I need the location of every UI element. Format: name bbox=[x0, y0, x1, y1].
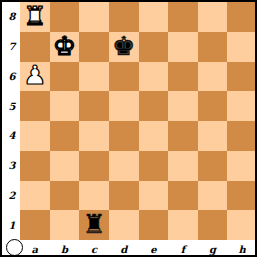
file-labels: abcdefgh bbox=[20, 241, 257, 257]
square-b8[interactable] bbox=[50, 2, 80, 32]
square-g4[interactable] bbox=[198, 121, 228, 151]
square-b2[interactable] bbox=[50, 181, 80, 211]
square-f4[interactable] bbox=[168, 121, 198, 151]
square-d6[interactable] bbox=[109, 62, 139, 92]
square-a4[interactable] bbox=[20, 121, 50, 151]
square-f7[interactable] bbox=[168, 32, 198, 62]
square-a1[interactable] bbox=[20, 210, 50, 240]
square-b5[interactable] bbox=[50, 91, 80, 121]
square-c1[interactable]: ♜ bbox=[79, 210, 109, 240]
square-h6[interactable] bbox=[227, 62, 257, 92]
square-a5[interactable] bbox=[20, 91, 50, 121]
square-h3[interactable] bbox=[227, 151, 257, 181]
file-label-f: f bbox=[168, 241, 198, 257]
square-c5[interactable] bbox=[79, 91, 109, 121]
square-b6[interactable] bbox=[50, 62, 80, 92]
square-c4[interactable] bbox=[79, 121, 109, 151]
square-e6[interactable] bbox=[139, 62, 169, 92]
square-d1[interactable] bbox=[109, 210, 139, 240]
square-h8[interactable] bbox=[227, 2, 257, 32]
square-c3[interactable] bbox=[79, 151, 109, 181]
rank-labels: 87654321 bbox=[4, 2, 20, 240]
square-e4[interactable] bbox=[139, 121, 169, 151]
piece-black-rook-c1[interactable]: ♜ bbox=[82, 211, 105, 237]
square-g1[interactable] bbox=[198, 210, 228, 240]
file-label-e: e bbox=[139, 241, 169, 257]
square-c7[interactable] bbox=[79, 32, 109, 62]
square-b7[interactable]: ♚ bbox=[50, 32, 80, 62]
square-h7[interactable] bbox=[227, 32, 257, 62]
square-h5[interactable] bbox=[227, 91, 257, 121]
rank-label-7: 7 bbox=[4, 32, 20, 62]
square-g6[interactable] bbox=[198, 62, 228, 92]
file-label-g: g bbox=[198, 241, 228, 257]
square-d2[interactable] bbox=[109, 181, 139, 211]
square-f3[interactable] bbox=[168, 151, 198, 181]
square-e3[interactable] bbox=[139, 151, 169, 181]
square-e2[interactable] bbox=[139, 181, 169, 211]
square-g8[interactable] bbox=[198, 2, 228, 32]
square-a7[interactable] bbox=[20, 32, 50, 62]
square-a2[interactable] bbox=[20, 181, 50, 211]
rank-label-5: 5 bbox=[4, 91, 20, 121]
square-a6[interactable]: ♟ bbox=[20, 62, 50, 92]
file-label-b: b bbox=[50, 241, 80, 257]
square-a3[interactable] bbox=[20, 151, 50, 181]
file-label-c: c bbox=[79, 241, 109, 257]
square-h2[interactable] bbox=[227, 181, 257, 211]
square-f5[interactable] bbox=[168, 91, 198, 121]
square-e7[interactable] bbox=[139, 32, 169, 62]
piece-black-king-d7[interactable]: ♚ bbox=[112, 33, 135, 59]
square-c6[interactable] bbox=[79, 62, 109, 92]
square-d3[interactable] bbox=[109, 151, 139, 181]
square-f2[interactable] bbox=[168, 181, 198, 211]
rank-label-4: 4 bbox=[4, 121, 20, 151]
piece-white-rook-a8[interactable]: ♜ bbox=[23, 3, 46, 29]
square-d4[interactable] bbox=[109, 121, 139, 151]
square-h1[interactable] bbox=[227, 210, 257, 240]
square-e8[interactable] bbox=[139, 2, 169, 32]
rank-label-2: 2 bbox=[4, 181, 20, 211]
rank-label-8: 8 bbox=[4, 2, 20, 32]
square-f1[interactable] bbox=[168, 210, 198, 240]
square-f6[interactable] bbox=[168, 62, 198, 92]
piece-white-king-b7[interactable]: ♚ bbox=[53, 33, 76, 59]
square-e5[interactable] bbox=[139, 91, 169, 121]
square-d8[interactable] bbox=[109, 2, 139, 32]
square-g5[interactable] bbox=[198, 91, 228, 121]
square-e1[interactable] bbox=[139, 210, 169, 240]
square-d5[interactable] bbox=[109, 91, 139, 121]
square-a8[interactable]: ♜ bbox=[20, 2, 50, 32]
square-g3[interactable] bbox=[198, 151, 228, 181]
rank-label-6: 6 bbox=[4, 62, 20, 92]
square-h4[interactable] bbox=[227, 121, 257, 151]
square-b3[interactable] bbox=[50, 151, 80, 181]
chess-diagram: 87654321 ♜♚♚♟♜ abcdefgh bbox=[0, 0, 257, 257]
rank-label-3: 3 bbox=[4, 151, 20, 181]
square-c8[interactable] bbox=[79, 2, 109, 32]
square-b1[interactable] bbox=[50, 210, 80, 240]
white-to-move-indicator bbox=[6, 239, 23, 256]
piece-white-pawn-a6[interactable]: ♟ bbox=[23, 62, 46, 88]
square-f8[interactable] bbox=[168, 2, 198, 32]
chess-board: ♜♚♚♟♜ bbox=[20, 2, 257, 240]
rank-label-1: 1 bbox=[4, 210, 20, 240]
square-g7[interactable] bbox=[198, 32, 228, 62]
square-b4[interactable] bbox=[50, 121, 80, 151]
file-label-a: a bbox=[20, 241, 50, 257]
file-label-d: d bbox=[109, 241, 139, 257]
file-label-h: h bbox=[227, 241, 257, 257]
square-d7[interactable]: ♚ bbox=[109, 32, 139, 62]
square-c2[interactable] bbox=[79, 181, 109, 211]
square-g2[interactable] bbox=[198, 181, 228, 211]
